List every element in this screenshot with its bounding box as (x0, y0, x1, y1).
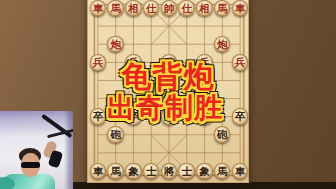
piece-red-相[interactable]: 相 (125, 0, 142, 16)
piece-red-兵[interactable]: 兵 (232, 54, 249, 71)
piece-black-馬[interactable]: 馬 (107, 163, 124, 180)
piece-black-士[interactable]: 士 (143, 163, 160, 180)
piece-red-炮[interactable]: 炮 (107, 36, 124, 53)
piece-red-兵[interactable]: 兵 (161, 54, 178, 71)
piece-black-馬[interactable]: 馬 (214, 163, 231, 180)
piece-red-帥[interactable]: 帥 (161, 0, 178, 16)
piece-black-象[interactable]: 象 (125, 163, 142, 180)
piece-black-車[interactable]: 車 (90, 163, 107, 180)
piece-black-卒[interactable]: 卒 (196, 108, 213, 125)
video-frame: 楚河 汉界 車馬相仕帥仕相馬車炮炮兵兵兵兵兵卒卒卒卒卒砲砲車馬象士將士象馬車 龟… (0, 0, 336, 189)
piece-black-車[interactable]: 車 (232, 163, 249, 180)
piece-red-馬[interactable]: 馬 (107, 0, 124, 16)
piece-red-兵[interactable]: 兵 (90, 54, 107, 71)
piece-red-炮[interactable]: 炮 (214, 36, 231, 53)
xiangqi-board[interactable]: 楚河 汉界 車馬相仕帥仕相馬車炮炮兵兵兵兵兵卒卒卒卒卒砲砲車馬象士將士象馬車 (87, 0, 249, 183)
piece-black-卒[interactable]: 卒 (125, 108, 142, 125)
wall-edge (64, 111, 73, 189)
piece-black-砲[interactable]: 砲 (214, 126, 231, 143)
piece-black-象[interactable]: 象 (196, 163, 213, 180)
piece-red-車[interactable]: 車 (90, 0, 107, 16)
piece-red-仕[interactable]: 仕 (178, 0, 195, 16)
piece-red-兵[interactable]: 兵 (125, 54, 142, 71)
piece-layer: 車馬相仕帥仕相馬車炮炮兵兵兵兵兵卒卒卒卒卒砲砲車馬象士將士象馬車 (89, 0, 249, 180)
piece-black-砲[interactable]: 砲 (107, 126, 124, 143)
piece-red-相[interactable]: 相 (196, 0, 213, 16)
webcam-overlay[interactable] (0, 111, 73, 189)
piece-red-車[interactable]: 車 (232, 0, 249, 16)
piece-red-仕[interactable]: 仕 (143, 0, 160, 16)
piece-black-卒[interactable]: 卒 (161, 108, 178, 125)
sunglasses (21, 162, 40, 168)
piece-black-卒[interactable]: 卒 (90, 108, 107, 125)
piece-black-士[interactable]: 士 (178, 163, 195, 180)
piece-black-將[interactable]: 將 (161, 163, 178, 180)
piece-red-馬[interactable]: 馬 (214, 0, 231, 16)
streamer-shoulder (0, 177, 15, 189)
piece-red-兵[interactable]: 兵 (196, 54, 213, 71)
piece-black-卒[interactable]: 卒 (232, 108, 249, 125)
